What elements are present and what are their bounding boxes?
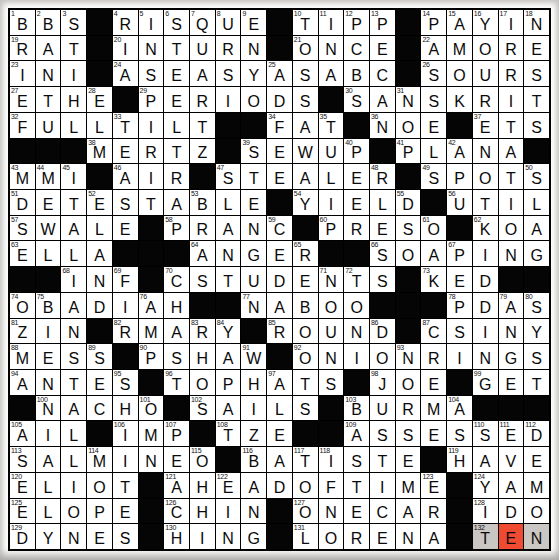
cell-r17c1[interactable]: 105A	[10, 421, 35, 446]
cell-r21c4[interactable]: E	[87, 524, 112, 549]
cell-r12c11[interactable]: A	[267, 293, 292, 318]
cell-r10c10[interactable]: G	[241, 241, 266, 266]
cell-r19c8[interactable]: H	[190, 473, 215, 498]
cell-r3c3[interactable]: I	[61, 61, 86, 86]
cell-r12c1[interactable]: 74O	[10, 293, 35, 318]
cell-r20c16[interactable]: A	[396, 499, 421, 524]
cell-r4c1[interactable]: 27E	[10, 87, 35, 112]
cell-r8c20[interactable]: I	[499, 190, 524, 215]
cell-r19c11[interactable]: D	[267, 473, 292, 498]
cell-r19c2[interactable]: L	[36, 473, 61, 498]
cell-r11c3[interactable]: 68I	[61, 267, 86, 292]
cell-r5c3[interactable]: L	[61, 113, 86, 138]
cell-r8c19[interactable]: T	[473, 190, 498, 215]
cell-r3c19[interactable]: U	[473, 61, 498, 86]
cell-r1c3[interactable]: 3S	[61, 10, 86, 35]
cell-r1c8[interactable]: 7Q	[190, 10, 215, 35]
cell-r14c19[interactable]: N	[473, 344, 498, 369]
cell-r6c11[interactable]: E	[267, 139, 292, 164]
cell-r10c3[interactable]: L	[61, 241, 86, 266]
cell-r2c7[interactable]: T	[164, 36, 189, 61]
cell-r8c4[interactable]: 52E	[87, 190, 112, 215]
cell-r15c1[interactable]: 94A	[10, 370, 35, 395]
cell-r11c7[interactable]: 70C	[164, 267, 189, 292]
cell-r16c4[interactable]: C	[87, 396, 112, 421]
cell-r10c2[interactable]: L	[36, 241, 61, 266]
cell-r20c3[interactable]: O	[61, 499, 86, 524]
cell-r4c15[interactable]: A	[370, 87, 395, 112]
cell-r14c14[interactable]: I	[344, 344, 369, 369]
cell-r17c15[interactable]: S	[370, 421, 395, 446]
cell-r15c11[interactable]: 97A	[267, 370, 292, 395]
cell-r14c18[interactable]: I	[447, 344, 472, 369]
cell-r3c20[interactable]: R	[499, 61, 524, 86]
cell-r18c2[interactable]: A	[36, 447, 61, 472]
cell-r20c12[interactable]: 127O	[293, 499, 318, 524]
cell-r1c18[interactable]: 15A	[447, 10, 472, 35]
cell-r6c13[interactable]: U	[319, 139, 344, 164]
cell-r21c8[interactable]: I	[190, 524, 215, 549]
cell-r2c8[interactable]: U	[190, 36, 215, 61]
cell-r2c5[interactable]: 20I	[113, 36, 138, 61]
cell-r6c19[interactable]: N	[473, 139, 498, 164]
cell-r2c17[interactable]: 22A	[421, 36, 446, 61]
cell-r13c18[interactable]: S	[447, 319, 472, 344]
cell-r8c12[interactable]: 54Y	[293, 190, 318, 215]
cell-r4c14[interactable]: 30S	[344, 87, 369, 112]
cell-r17c21[interactable]: 112D	[524, 421, 549, 446]
cell-r13c15[interactable]: 86D	[370, 319, 395, 344]
cell-r3c6[interactable]: S	[139, 61, 164, 86]
cell-r8c1[interactable]: 51D	[10, 190, 35, 215]
cell-r7c2[interactable]: 44M	[36, 164, 61, 189]
cell-r15c7[interactable]: 96T	[164, 370, 189, 395]
cell-r20c15[interactable]: C	[370, 499, 395, 524]
cell-r5c16[interactable]: O	[396, 113, 421, 138]
cell-r10c20[interactable]: N	[499, 241, 524, 266]
cell-r19c1[interactable]: 120E	[10, 473, 35, 498]
cell-r17c10[interactable]: Z	[241, 421, 266, 446]
cell-r3c5[interactable]: 24A	[113, 61, 138, 86]
cell-r18c8[interactable]: 115O	[190, 447, 215, 472]
cell-r4c12[interactable]: S	[293, 87, 318, 112]
cell-r10c4[interactable]: A	[87, 241, 112, 266]
cell-r1c1[interactable]: 1B	[10, 10, 35, 35]
cell-r15c5[interactable]: 95S	[113, 370, 138, 395]
cell-r1c5[interactable]: 4R	[113, 10, 138, 35]
cell-r20c13[interactable]: N	[319, 499, 344, 524]
cell-r18c20[interactable]: V	[499, 447, 524, 472]
cell-r19c9[interactable]: 122E	[216, 473, 241, 498]
cell-r14c2[interactable]: E	[36, 344, 61, 369]
cell-r16c10[interactable]: I	[241, 396, 266, 421]
cell-r5c8[interactable]: T	[190, 113, 215, 138]
cell-r6c8[interactable]: Z	[190, 139, 215, 164]
cell-r10c1[interactable]: 63E	[10, 241, 35, 266]
cell-r19c19[interactable]: 124Y	[473, 473, 498, 498]
cell-r7c1[interactable]: 43M	[10, 164, 35, 189]
cell-r4c11[interactable]: D	[267, 87, 292, 112]
cell-r1c7[interactable]: 6S	[164, 10, 189, 35]
cell-r4c16[interactable]: 31N	[396, 87, 421, 112]
cell-r8c5[interactable]: S	[113, 190, 138, 215]
cell-r6c20[interactable]: A	[499, 139, 524, 164]
cell-r7c9[interactable]: 47S	[216, 164, 241, 189]
cell-r10c17[interactable]: A	[421, 241, 446, 266]
cell-r5c6[interactable]: I	[139, 113, 164, 138]
cell-r14c1[interactable]: 88M	[10, 344, 35, 369]
cell-r19c10[interactable]: A	[241, 473, 266, 498]
cell-r9c14[interactable]: R	[344, 216, 369, 241]
cell-r10c12[interactable]: 65R	[293, 241, 318, 266]
cell-r11c4[interactable]: N	[87, 267, 112, 292]
cell-r19c5[interactable]: T	[113, 473, 138, 498]
cell-r18c18[interactable]: 119H	[447, 447, 472, 472]
cell-r14c15[interactable]: O	[370, 344, 395, 369]
cell-r7c6[interactable]: I	[139, 164, 164, 189]
cell-r18c15[interactable]: T	[370, 447, 395, 472]
cell-r13c6[interactable]: M	[139, 319, 164, 344]
cell-r1c2[interactable]: 2B	[36, 10, 61, 35]
cell-r21c3[interactable]: N	[61, 524, 86, 549]
cell-r6c5[interactable]: E	[113, 139, 138, 164]
cell-r18c13[interactable]: 118I	[319, 447, 344, 472]
cell-r8c7[interactable]: A	[164, 190, 189, 215]
cell-r7c17[interactable]: 49S	[421, 164, 446, 189]
cell-r21c15[interactable]: E	[370, 524, 395, 549]
cell-r4c6[interactable]: 29P	[139, 87, 164, 112]
cell-r20c1[interactable]: 125E	[10, 499, 35, 524]
cell-r2c18[interactable]: M	[447, 36, 472, 61]
cell-r7c3[interactable]: 45I	[61, 164, 86, 189]
cell-r17c17[interactable]: E	[421, 421, 446, 446]
cell-r7c14[interactable]: E	[344, 164, 369, 189]
cell-r9c10[interactable]: N	[241, 216, 266, 241]
cell-r21c14[interactable]: R	[344, 524, 369, 549]
cell-r14c20[interactable]: G	[499, 344, 524, 369]
cell-r20c19[interactable]: 128I	[473, 499, 498, 524]
cell-r11c15[interactable]: S	[370, 267, 395, 292]
cell-r8c13[interactable]: I	[319, 190, 344, 215]
cell-r14c13[interactable]: N	[319, 344, 344, 369]
cell-r5c2[interactable]: U	[36, 113, 61, 138]
cell-r4c8[interactable]: R	[190, 87, 215, 112]
cell-r14c12[interactable]: 92O	[293, 344, 318, 369]
cell-r9c4[interactable]: L	[87, 216, 112, 241]
cell-r4c19[interactable]: R	[473, 87, 498, 112]
cell-r3c7[interactable]: E	[164, 61, 189, 86]
cell-r9c19[interactable]: 62K	[473, 216, 498, 241]
cell-r12c6[interactable]: 76A	[139, 293, 164, 318]
cell-r4c9[interactable]: I	[216, 87, 241, 112]
cell-r5c11[interactable]: 34F	[267, 113, 292, 138]
cell-r9c13[interactable]: 60P	[319, 216, 344, 241]
cell-r3c12[interactable]: S	[293, 61, 318, 86]
cell-r15c8[interactable]: O	[190, 370, 215, 395]
cell-r7c18[interactable]: P	[447, 164, 472, 189]
cell-r6c12[interactable]: W	[293, 139, 318, 164]
cell-r9c15[interactable]: E	[370, 216, 395, 241]
cell-r3c9[interactable]: S	[216, 61, 241, 86]
cell-r2c19[interactable]: O	[473, 36, 498, 61]
cell-r18c12[interactable]: 117T	[293, 447, 318, 472]
cell-r2c9[interactable]: R	[216, 36, 241, 61]
cell-r17c7[interactable]: 107P	[164, 421, 189, 446]
cell-r7c13[interactable]: L	[319, 164, 344, 189]
cell-r18c1[interactable]: 113S	[10, 447, 35, 472]
cell-r18c5[interactable]: I	[113, 447, 138, 472]
cell-r21c2[interactable]: Y	[36, 524, 61, 549]
cell-r5c21[interactable]: S	[524, 113, 549, 138]
cell-r10c8[interactable]: 64A	[190, 241, 215, 266]
cell-r10c19[interactable]: I	[473, 241, 498, 266]
cell-r7c12[interactable]: A	[293, 164, 318, 189]
cell-r7c7[interactable]: R	[164, 164, 189, 189]
cell-r17c18[interactable]: S	[447, 421, 472, 446]
cell-r2c21[interactable]: E	[524, 36, 549, 61]
cell-r12c18[interactable]: 78P	[447, 293, 472, 318]
cell-r8c8[interactable]: 53B	[190, 190, 215, 215]
cell-r19c15[interactable]: I	[370, 473, 395, 498]
cell-r17c3[interactable]: L	[61, 421, 86, 446]
cell-r4c21[interactable]: T	[524, 87, 549, 112]
cell-r8c14[interactable]: E	[344, 190, 369, 215]
cell-r8c18[interactable]: 56U	[447, 190, 472, 215]
cell-r14c17[interactable]: R	[421, 344, 446, 369]
cell-r2c1[interactable]: 19R	[10, 36, 35, 61]
cell-r11c9[interactable]: T	[216, 267, 241, 292]
cell-r1c13[interactable]: 11I	[319, 10, 344, 35]
cell-r13c19[interactable]: I	[473, 319, 498, 344]
cell-r21c9[interactable]: N	[216, 524, 241, 549]
cell-r2c6[interactable]: N	[139, 36, 164, 61]
cell-r2c14[interactable]: C	[344, 36, 369, 61]
cell-r14c7[interactable]: S	[164, 344, 189, 369]
cell-r5c12[interactable]: A	[293, 113, 318, 138]
cell-r9c7[interactable]: 58P	[164, 216, 189, 241]
cell-r9c5[interactable]: E	[113, 216, 138, 241]
cell-r3c17[interactable]: 26S	[421, 61, 446, 86]
cell-r4c17[interactable]: S	[421, 87, 446, 112]
cell-r20c10[interactable]: N	[241, 499, 266, 524]
cell-r21c1[interactable]: 129D	[10, 524, 35, 549]
cell-r2c15[interactable]: E	[370, 36, 395, 61]
cell-r20c7[interactable]: 126C	[164, 499, 189, 524]
cell-r10c16[interactable]: O	[396, 241, 421, 266]
cell-r4c4[interactable]: 28E	[87, 87, 112, 112]
cell-r5c1[interactable]: 32F	[10, 113, 35, 138]
cell-r6c18[interactable]: 42A	[447, 139, 472, 164]
cell-r17c2[interactable]: I	[36, 421, 61, 446]
cell-r9c8[interactable]: R	[190, 216, 215, 241]
cell-r17c19[interactable]: 110S	[473, 421, 498, 446]
cell-r3c21[interactable]: S	[524, 61, 549, 86]
cell-r18c19[interactable]: A	[473, 447, 498, 472]
cell-r16c12[interactable]: S	[293, 396, 318, 421]
cell-r5c17[interactable]: E	[421, 113, 446, 138]
cell-r12c4[interactable]: D	[87, 293, 112, 318]
cell-r16c14[interactable]: 103B	[344, 396, 369, 421]
cell-r11c13[interactable]: 71N	[319, 267, 344, 292]
cell-r19c3[interactable]: I	[61, 473, 86, 498]
cell-r1c10[interactable]: 9E	[241, 10, 266, 35]
cell-r13c14[interactable]: N	[344, 319, 369, 344]
cell-r18c10[interactable]: 116B	[241, 447, 266, 472]
cell-r21c21[interactable]: N	[524, 524, 549, 549]
cell-r7c11[interactable]: E	[267, 164, 292, 189]
cell-r16c18[interactable]: 104A	[447, 396, 472, 421]
cell-r9c2[interactable]: W	[36, 216, 61, 241]
cell-r5c19[interactable]: 37E	[473, 113, 498, 138]
cell-r12c19[interactable]: D	[473, 293, 498, 318]
cell-r19c16[interactable]: M	[396, 473, 421, 498]
cell-r13c1[interactable]: 81Z	[10, 319, 35, 344]
cell-r2c12[interactable]: 21O	[293, 36, 318, 61]
cell-r15c15[interactable]: 98J	[370, 370, 395, 395]
cell-r5c20[interactable]: T	[499, 113, 524, 138]
cell-r10c15[interactable]: 66S	[370, 241, 395, 266]
cell-r15c17[interactable]: E	[421, 370, 446, 395]
cell-r1c17[interactable]: 14P	[421, 10, 446, 35]
cell-r20c20[interactable]: D	[499, 499, 524, 524]
cell-r17c14[interactable]: 109A	[344, 421, 369, 446]
cell-r7c5[interactable]: 46A	[113, 164, 138, 189]
cell-r12c14[interactable]: O	[344, 293, 369, 318]
cell-r11c10[interactable]: U	[241, 267, 266, 292]
cell-r16c3[interactable]: A	[61, 396, 86, 421]
cell-r1c6[interactable]: 5I	[139, 10, 164, 35]
cell-r16c6[interactable]: 101O	[139, 396, 164, 421]
cell-r19c4[interactable]: O	[87, 473, 112, 498]
cell-r21c20[interactable]: E	[499, 524, 524, 549]
cell-r8c3[interactable]: T	[61, 190, 86, 215]
cell-r15c20[interactable]: E	[499, 370, 524, 395]
cell-r18c4[interactable]: 114M	[87, 447, 112, 472]
cell-r15c4[interactable]: E	[87, 370, 112, 395]
cell-r20c17[interactable]: R	[421, 499, 446, 524]
cell-r17c5[interactable]: 106I	[113, 421, 138, 446]
cell-r13c3[interactable]: N	[61, 319, 86, 344]
cell-r12c21[interactable]: 80S	[524, 293, 549, 318]
cell-r3c11[interactable]: 25A	[267, 61, 292, 86]
cell-r3c15[interactable]: C	[370, 61, 395, 86]
cell-r15c12[interactable]: T	[293, 370, 318, 395]
cell-r4c7[interactable]: E	[164, 87, 189, 112]
cell-r14c21[interactable]: S	[524, 344, 549, 369]
cell-r20c9[interactable]: I	[216, 499, 241, 524]
cell-r17c6[interactable]: M	[139, 421, 164, 446]
cell-r9c11[interactable]: 59C	[267, 216, 292, 241]
cell-r6c14[interactable]: 40P	[344, 139, 369, 164]
cell-r16c2[interactable]: 100N	[36, 396, 61, 421]
cell-r16c17[interactable]: M	[421, 396, 446, 421]
cell-r11c8[interactable]: S	[190, 267, 215, 292]
cell-r9c20[interactable]: O	[499, 216, 524, 241]
cell-r3c8[interactable]: A	[190, 61, 215, 86]
cell-r13c12[interactable]: O	[293, 319, 318, 344]
cell-r20c5[interactable]: E	[113, 499, 138, 524]
cell-r15c19[interactable]: 99G	[473, 370, 498, 395]
cell-r5c5[interactable]: 33T	[113, 113, 138, 138]
cell-r9c16[interactable]: S	[396, 216, 421, 241]
cell-r14c4[interactable]: 89S	[87, 344, 112, 369]
cell-r12c7[interactable]: H	[164, 293, 189, 318]
cell-r1c19[interactable]: 16Y	[473, 10, 498, 35]
cell-r21c10[interactable]: G	[241, 524, 266, 549]
cell-r5c7[interactable]: L	[164, 113, 189, 138]
cell-r6c7[interactable]: T	[164, 139, 189, 164]
cell-r7c10[interactable]: T	[241, 164, 266, 189]
cell-r19c12[interactable]: O	[293, 473, 318, 498]
cell-r11c5[interactable]: 69F	[113, 267, 138, 292]
cell-r13c9[interactable]: 84Y	[216, 319, 241, 344]
cell-r3c10[interactable]: Y	[241, 61, 266, 86]
cell-r2c2[interactable]: A	[36, 36, 61, 61]
cell-r19c13[interactable]: F	[319, 473, 344, 498]
cell-r8c10[interactable]: E	[241, 190, 266, 215]
cell-r13c11[interactable]: 85R	[267, 319, 292, 344]
cell-r1c20[interactable]: 17I	[499, 10, 524, 35]
cell-r12c10[interactable]: 77N	[241, 293, 266, 318]
cell-r9c3[interactable]: A	[61, 216, 86, 241]
cell-r15c13[interactable]: S	[319, 370, 344, 395]
cell-r17c9[interactable]: 108T	[216, 421, 241, 446]
cell-r7c21[interactable]: 50S	[524, 164, 549, 189]
cell-r11c17[interactable]: 73K	[421, 267, 446, 292]
cell-r16c9[interactable]: A	[216, 396, 241, 421]
cell-r11c18[interactable]: E	[447, 267, 472, 292]
cell-r7c15[interactable]: 48R	[370, 164, 395, 189]
cell-r2c10[interactable]: N	[241, 36, 266, 61]
cell-r10c21[interactable]: G	[524, 241, 549, 266]
cell-r15c2[interactable]: N	[36, 370, 61, 395]
cell-r3c1[interactable]: 23I	[10, 61, 35, 86]
cell-r5c13[interactable]: 35T	[319, 113, 344, 138]
cell-r15c10[interactable]: H	[241, 370, 266, 395]
cell-r21c7[interactable]: 130H	[164, 524, 189, 549]
cell-r18c14[interactable]: S	[344, 447, 369, 472]
cell-r10c11[interactable]: E	[267, 241, 292, 266]
cell-r3c2[interactable]: N	[36, 61, 61, 86]
cell-r13c17[interactable]: 87C	[421, 319, 446, 344]
cell-r1c9[interactable]: 8U	[216, 10, 241, 35]
cell-r17c16[interactable]: S	[396, 421, 421, 446]
cell-r14c9[interactable]: A	[216, 344, 241, 369]
cell-r20c8[interactable]: H	[190, 499, 215, 524]
cell-r17c20[interactable]: 111E	[499, 421, 524, 446]
cell-r14c8[interactable]: H	[190, 344, 215, 369]
cell-r6c16[interactable]: 41P	[396, 139, 421, 164]
cell-r9c1[interactable]: 57S	[10, 216, 35, 241]
cell-r16c16[interactable]: R	[396, 396, 421, 421]
cell-r19c7[interactable]: 121A	[164, 473, 189, 498]
cell-r6c6[interactable]: R	[139, 139, 164, 164]
cell-r6c10[interactable]: 39S	[241, 139, 266, 164]
cell-r7c20[interactable]: T	[499, 164, 524, 189]
cell-r3c13[interactable]: A	[319, 61, 344, 86]
cell-r16c5[interactable]: H	[113, 396, 138, 421]
cell-r3c18[interactable]: O	[447, 61, 472, 86]
cell-r13c5[interactable]: 82R	[113, 319, 138, 344]
cell-r18c6[interactable]: N	[139, 447, 164, 472]
cell-r8c2[interactable]: E	[36, 190, 61, 215]
cell-r7c19[interactable]: O	[473, 164, 498, 189]
cell-r6c17[interactable]: L	[421, 139, 446, 164]
cell-r9c17[interactable]: 61O	[421, 216, 446, 241]
cell-r12c2[interactable]: 75B	[36, 293, 61, 318]
cell-r21c5[interactable]: S	[113, 524, 138, 549]
cell-r12c12[interactable]: B	[293, 293, 318, 318]
